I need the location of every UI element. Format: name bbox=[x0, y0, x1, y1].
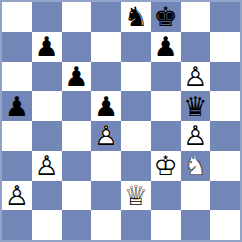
square-e8[interactable]: ♞ bbox=[121, 2, 151, 32]
square-b5[interactable] bbox=[32, 91, 62, 121]
square-f2[interactable] bbox=[151, 181, 181, 211]
square-c1[interactable] bbox=[62, 210, 92, 240]
square-e5[interactable] bbox=[121, 91, 151, 121]
chess-board: ♞♚♟♟♟♟♙♟♟♛♟♙♟♙♟♙♚♔♞♘♟♙♛♕ bbox=[0, 0, 242, 242]
square-e1[interactable] bbox=[121, 210, 151, 240]
square-e7[interactable] bbox=[121, 32, 151, 62]
square-a2[interactable]: ♟♙ bbox=[2, 181, 32, 211]
piece-white-pawn-fill: ♟ bbox=[181, 62, 211, 92]
square-a8[interactable] bbox=[2, 2, 32, 32]
square-d4[interactable]: ♟♙ bbox=[91, 121, 121, 151]
square-d7[interactable] bbox=[91, 32, 121, 62]
square-g7[interactable] bbox=[181, 32, 211, 62]
piece-white-queen: ♕ bbox=[121, 181, 151, 211]
piece-white-queen-fill: ♛ bbox=[121, 181, 151, 211]
square-b4[interactable] bbox=[32, 121, 62, 151]
piece-white-king: ♔ bbox=[151, 151, 181, 181]
square-h2[interactable] bbox=[210, 181, 240, 211]
square-c4[interactable] bbox=[62, 121, 92, 151]
piece-white-pawn: ♙ bbox=[2, 181, 32, 211]
piece-black-pawn: ♟ bbox=[91, 91, 121, 121]
square-f1[interactable] bbox=[151, 210, 181, 240]
square-e3[interactable] bbox=[121, 151, 151, 181]
piece-white-king-fill: ♚ bbox=[151, 151, 181, 181]
square-a5[interactable]: ♟ bbox=[2, 91, 32, 121]
square-h5[interactable] bbox=[210, 91, 240, 121]
square-f8[interactable]: ♚ bbox=[151, 2, 181, 32]
piece-white-pawn: ♙ bbox=[181, 62, 211, 92]
square-c3[interactable] bbox=[62, 151, 92, 181]
square-b6[interactable] bbox=[32, 62, 62, 92]
square-f5[interactable] bbox=[151, 91, 181, 121]
square-h3[interactable] bbox=[210, 151, 240, 181]
square-c6[interactable]: ♟ bbox=[62, 62, 92, 92]
square-g3[interactable]: ♞♘ bbox=[181, 151, 211, 181]
square-a3[interactable] bbox=[2, 151, 32, 181]
piece-black-pawn: ♟ bbox=[32, 32, 62, 62]
square-c8[interactable] bbox=[62, 2, 92, 32]
square-g1[interactable] bbox=[181, 210, 211, 240]
piece-black-knight: ♞ bbox=[121, 2, 151, 32]
piece-black-king: ♚ bbox=[151, 2, 181, 32]
square-d8[interactable] bbox=[91, 2, 121, 32]
piece-black-pawn: ♟ bbox=[2, 91, 32, 121]
piece-white-pawn-fill: ♟ bbox=[2, 181, 32, 211]
square-d3[interactable] bbox=[91, 151, 121, 181]
square-g2[interactable] bbox=[181, 181, 211, 211]
square-d2[interactable] bbox=[91, 181, 121, 211]
piece-black-pawn: ♟ bbox=[62, 62, 92, 92]
piece-white-knight-fill: ♞ bbox=[181, 151, 211, 181]
piece-white-pawn: ♙ bbox=[181, 121, 211, 151]
piece-white-pawn-fill: ♟ bbox=[91, 121, 121, 151]
square-f6[interactable] bbox=[151, 62, 181, 92]
square-e6[interactable] bbox=[121, 62, 151, 92]
piece-white-pawn: ♙ bbox=[32, 151, 62, 181]
square-b3[interactable]: ♟♙ bbox=[32, 151, 62, 181]
piece-white-pawn-fill: ♟ bbox=[32, 151, 62, 181]
piece-black-pawn: ♟ bbox=[151, 32, 181, 62]
square-d1[interactable] bbox=[91, 210, 121, 240]
square-g6[interactable]: ♟♙ bbox=[181, 62, 211, 92]
square-b2[interactable] bbox=[32, 181, 62, 211]
square-g8[interactable] bbox=[181, 2, 211, 32]
square-f4[interactable] bbox=[151, 121, 181, 151]
square-h7[interactable] bbox=[210, 32, 240, 62]
square-a4[interactable] bbox=[2, 121, 32, 151]
square-b8[interactable] bbox=[32, 2, 62, 32]
square-e2[interactable]: ♛♕ bbox=[121, 181, 151, 211]
square-c5[interactable] bbox=[62, 91, 92, 121]
piece-white-pawn-fill: ♟ bbox=[181, 121, 211, 151]
piece-black-queen: ♛ bbox=[181, 91, 211, 121]
square-g5[interactable]: ♛ bbox=[181, 91, 211, 121]
square-g4[interactable]: ♟♙ bbox=[181, 121, 211, 151]
square-e4[interactable] bbox=[121, 121, 151, 151]
piece-white-knight: ♘ bbox=[181, 151, 211, 181]
square-a1[interactable] bbox=[2, 210, 32, 240]
piece-white-pawn: ♙ bbox=[91, 121, 121, 151]
square-h8[interactable] bbox=[210, 2, 240, 32]
square-c7[interactable] bbox=[62, 32, 92, 62]
square-d5[interactable]: ♟ bbox=[91, 91, 121, 121]
square-d6[interactable] bbox=[91, 62, 121, 92]
square-c2[interactable] bbox=[62, 181, 92, 211]
square-h4[interactable] bbox=[210, 121, 240, 151]
square-f3[interactable]: ♚♔ bbox=[151, 151, 181, 181]
square-f7[interactable]: ♟ bbox=[151, 32, 181, 62]
square-b7[interactable]: ♟ bbox=[32, 32, 62, 62]
square-b1[interactable] bbox=[32, 210, 62, 240]
square-h6[interactable] bbox=[210, 62, 240, 92]
square-h1[interactable] bbox=[210, 210, 240, 240]
square-a7[interactable] bbox=[2, 32, 32, 62]
square-a6[interactable] bbox=[2, 62, 32, 92]
